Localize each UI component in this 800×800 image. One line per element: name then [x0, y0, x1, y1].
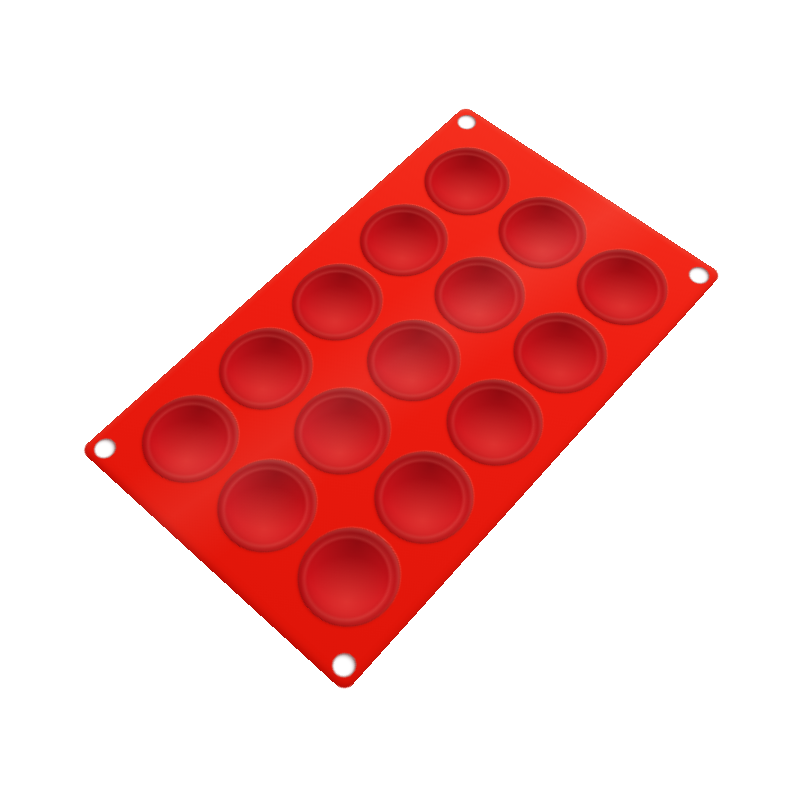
- hanging-hole: [327, 648, 361, 682]
- silicone-mold: [80, 106, 722, 693]
- cavity-grid: [114, 129, 693, 657]
- hanging-hole: [454, 112, 480, 132]
- hanging-hole: [89, 434, 120, 462]
- photo-background: [0, 0, 800, 800]
